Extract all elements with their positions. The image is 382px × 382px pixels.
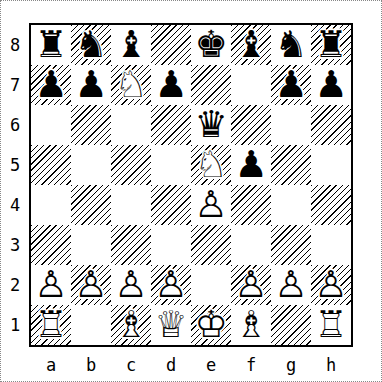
square-f7[interactable] [231, 65, 271, 105]
file-label-f: f [231, 351, 271, 379]
chess-diagram: ♜♞♝♚♝♞♜♟♟♞♘♟♟♟♛♞♘♟♟♙♟♙♟♙♟♙♟♙♟♙♟♙♟♙♜♖♝♗♛♕… [0, 0, 382, 382]
square-g7[interactable]: ♟ [271, 65, 311, 105]
piece-outline: ♖ [311, 305, 351, 345]
piece-white-pawn: ♟♙ [151, 265, 191, 305]
square-b6[interactable] [71, 105, 111, 145]
square-c1[interactable]: ♝♗ [111, 305, 151, 345]
square-d4[interactable] [151, 185, 191, 225]
piece-outline: ♙ [71, 265, 111, 305]
square-c5[interactable] [111, 145, 151, 185]
piece-white-bishop: ♝♗ [231, 305, 271, 345]
rank-label-3: 3 [5, 225, 25, 265]
piece-black-king: ♚ [191, 25, 231, 65]
square-f6[interactable] [231, 105, 271, 145]
square-e3[interactable] [191, 225, 231, 265]
piece-white-knight: ♞♘ [191, 145, 231, 185]
piece-outline: ♙ [111, 265, 151, 305]
rank-label-5: 5 [5, 145, 25, 185]
square-d2[interactable]: ♟♙ [151, 265, 191, 305]
square-e5[interactable]: ♞♘ [191, 145, 231, 185]
square-h6[interactable] [311, 105, 351, 145]
square-g4[interactable] [271, 185, 311, 225]
file-label-a: a [31, 351, 71, 379]
piece-white-pawn: ♟♙ [111, 265, 151, 305]
rank-label-6: 6 [5, 105, 25, 145]
piece-black-pawn: ♟ [31, 65, 71, 105]
piece-outline: ♔ [191, 305, 231, 345]
square-b8[interactable]: ♞ [71, 25, 111, 65]
piece-black-queen: ♛ [191, 105, 231, 145]
square-e8[interactable]: ♚ [191, 25, 231, 65]
square-a3[interactable] [31, 225, 71, 265]
piece-outline: ♙ [311, 265, 351, 305]
piece-outline: ♖ [31, 305, 71, 345]
square-g1[interactable] [271, 305, 311, 345]
square-d5[interactable] [151, 145, 191, 185]
square-a7[interactable]: ♟ [31, 65, 71, 105]
square-e1[interactable]: ♚♔ [191, 305, 231, 345]
square-d3[interactable] [151, 225, 191, 265]
piece-black-knight: ♞ [71, 25, 111, 65]
piece-outline: ♙ [271, 265, 311, 305]
piece-white-pawn: ♟♙ [71, 265, 111, 305]
piece-white-rook: ♜♖ [31, 305, 71, 345]
square-b2[interactable]: ♟♙ [71, 265, 111, 305]
piece-white-queen: ♛♕ [151, 305, 191, 345]
square-h8[interactable]: ♜ [311, 25, 351, 65]
piece-white-pawn: ♟♙ [191, 185, 231, 225]
square-a2[interactable]: ♟♙ [31, 265, 71, 305]
piece-black-rook: ♜ [311, 25, 351, 65]
piece-white-bishop: ♝♗ [111, 305, 151, 345]
piece-black-pawn: ♟ [71, 65, 111, 105]
square-d8[interactable] [151, 25, 191, 65]
piece-outline: ♘ [111, 65, 151, 105]
piece-outline: ♙ [31, 265, 71, 305]
piece-outline: ♙ [151, 265, 191, 305]
square-g6[interactable] [271, 105, 311, 145]
square-b7[interactable]: ♟ [71, 65, 111, 105]
rank-label-8: 8 [5, 25, 25, 65]
square-f8[interactable]: ♝ [231, 25, 271, 65]
square-f4[interactable] [231, 185, 271, 225]
file-label-d: d [151, 351, 191, 379]
square-b3[interactable] [71, 225, 111, 265]
square-a4[interactable] [31, 185, 71, 225]
square-c6[interactable] [111, 105, 151, 145]
rank-label-7: 7 [5, 65, 25, 105]
square-h2[interactable]: ♟♙ [311, 265, 351, 305]
square-f5[interactable]: ♟ [231, 145, 271, 185]
square-h1[interactable]: ♜♖ [311, 305, 351, 345]
piece-black-pawn: ♟ [271, 65, 311, 105]
square-e7[interactable] [191, 65, 231, 105]
piece-black-pawn: ♟ [311, 65, 351, 105]
square-d7[interactable]: ♟ [151, 65, 191, 105]
square-h4[interactable] [311, 185, 351, 225]
piece-outline: ♗ [231, 305, 271, 345]
file-label-g: g [271, 351, 311, 379]
square-c7[interactable]: ♞♘ [111, 65, 151, 105]
square-g5[interactable] [271, 145, 311, 185]
square-f3[interactable] [231, 225, 271, 265]
rank-label-4: 4 [5, 185, 25, 225]
chess-board: ♜♞♝♚♝♞♜♟♟♞♘♟♟♟♛♞♘♟♟♙♟♙♟♙♟♙♟♙♟♙♟♙♟♙♜♖♝♗♛♕… [29, 23, 353, 347]
square-a1[interactable]: ♜♖ [31, 305, 71, 345]
square-d1[interactable]: ♛♕ [151, 305, 191, 345]
square-h3[interactable] [311, 225, 351, 265]
piece-white-rook: ♜♖ [311, 305, 351, 345]
piece-outline: ♕ [151, 305, 191, 345]
piece-black-bishop: ♝ [111, 25, 151, 65]
square-c4[interactable] [111, 185, 151, 225]
piece-white-king: ♚♔ [191, 305, 231, 345]
square-c8[interactable]: ♝ [111, 25, 151, 65]
square-b5[interactable] [71, 145, 111, 185]
square-b1[interactable] [71, 305, 111, 345]
square-a6[interactable] [31, 105, 71, 145]
square-e6[interactable]: ♛ [191, 105, 231, 145]
piece-white-pawn: ♟♙ [311, 265, 351, 305]
piece-outline: ♘ [191, 145, 231, 185]
piece-white-pawn: ♟♙ [271, 265, 311, 305]
square-c2[interactable]: ♟♙ [111, 265, 151, 305]
square-g2[interactable]: ♟♙ [271, 265, 311, 305]
square-a8[interactable]: ♜ [31, 25, 71, 65]
square-h7[interactable]: ♟ [311, 65, 351, 105]
piece-white-pawn: ♟♙ [31, 265, 71, 305]
file-label-h: h [311, 351, 351, 379]
file-label-e: e [191, 351, 231, 379]
square-f1[interactable]: ♝♗ [231, 305, 271, 345]
file-label-b: b [71, 351, 111, 379]
rank-label-1: 1 [5, 305, 25, 345]
square-g3[interactable] [271, 225, 311, 265]
square-b4[interactable] [71, 185, 111, 225]
square-f2[interactable]: ♟♙ [231, 265, 271, 305]
square-g8[interactable]: ♞ [271, 25, 311, 65]
square-a5[interactable] [31, 145, 71, 185]
file-label-c: c [111, 351, 151, 379]
piece-black-bishop: ♝ [231, 25, 271, 65]
piece-black-pawn: ♟ [231, 145, 271, 185]
square-e4[interactable]: ♟♙ [191, 185, 231, 225]
square-d6[interactable] [151, 105, 191, 145]
piece-outline: ♙ [231, 265, 271, 305]
square-c3[interactable] [111, 225, 151, 265]
square-e2[interactable] [191, 265, 231, 305]
square-h5[interactable] [311, 145, 351, 185]
piece-black-pawn: ♟ [151, 65, 191, 105]
rank-label-2: 2 [5, 265, 25, 305]
piece-white-pawn: ♟♙ [231, 265, 271, 305]
piece-black-knight: ♞ [271, 25, 311, 65]
piece-outline: ♗ [111, 305, 151, 345]
piece-outline: ♙ [191, 185, 231, 225]
piece-black-rook: ♜ [31, 25, 71, 65]
piece-white-knight: ♞♘ [111, 65, 151, 105]
